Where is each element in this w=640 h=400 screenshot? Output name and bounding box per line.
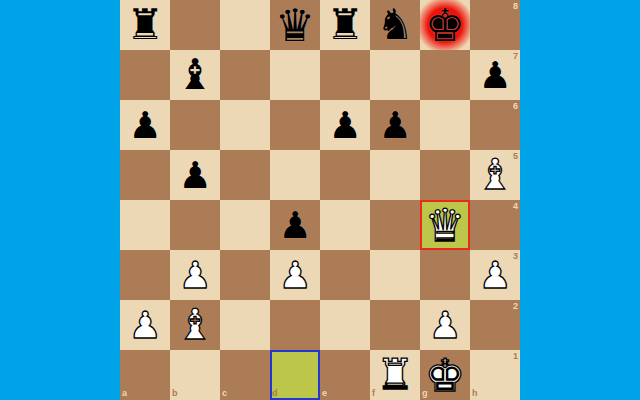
- black-pawn-h7: ♟: [478, 57, 511, 94]
- black-pawn-b5: ♟: [178, 157, 211, 194]
- square-e4[interactable]: [320, 200, 370, 250]
- square-a7[interactable]: [120, 50, 170, 100]
- square-e7[interactable]: [320, 50, 370, 100]
- square-h1[interactable]: 1h: [470, 350, 520, 400]
- square-g8[interactable]: ♚: [420, 0, 470, 50]
- square-a4[interactable]: [120, 200, 170, 250]
- file-label-b: b: [172, 389, 178, 398]
- square-g3[interactable]: [420, 250, 470, 300]
- square-f3[interactable]: [370, 250, 420, 300]
- square-f2[interactable]: [370, 300, 420, 350]
- square-c8[interactable]: [220, 0, 270, 50]
- square-a5[interactable]: [120, 150, 170, 200]
- black-rook-a8: ♜: [126, 4, 164, 46]
- square-f8[interactable]: ♞: [370, 0, 420, 50]
- square-g1[interactable]: g♚: [420, 350, 470, 400]
- square-g7[interactable]: [420, 50, 470, 100]
- square-e5[interactable]: [320, 150, 370, 200]
- rank-label-3: 3: [513, 252, 518, 261]
- square-g6[interactable]: [420, 100, 470, 150]
- square-f1[interactable]: f♜: [370, 350, 420, 400]
- desktop-background: { "game": "chess", "position": { "fen": …: [0, 0, 640, 400]
- square-c5[interactable]: [220, 150, 270, 200]
- square-c4[interactable]: [220, 200, 270, 250]
- file-label-g: g: [422, 389, 428, 398]
- square-d7[interactable]: [270, 50, 320, 100]
- black-pawn-f6: ♟: [378, 107, 411, 144]
- square-c2[interactable]: [220, 300, 270, 350]
- black-bishop-b7: ♝: [176, 54, 214, 96]
- black-knight-f8: ♞: [376, 4, 414, 46]
- file-label-c: c: [222, 389, 227, 398]
- square-d4[interactable]: ♟: [270, 200, 320, 250]
- square-f4[interactable]: [370, 200, 420, 250]
- file-label-e: e: [322, 389, 327, 398]
- white-bishop-b2: ♝: [176, 304, 214, 346]
- square-f6[interactable]: ♟: [370, 100, 420, 150]
- rank-label-7: 7: [513, 52, 518, 61]
- file-label-d: d: [272, 389, 278, 398]
- file-label-a: a: [122, 389, 127, 398]
- square-g5[interactable]: [420, 150, 470, 200]
- black-pawn-d4: ♟: [278, 207, 311, 244]
- rank-label-1: 1: [513, 352, 518, 361]
- square-h7[interactable]: 7♟: [470, 50, 520, 100]
- square-g2[interactable]: ♟: [420, 300, 470, 350]
- square-h4[interactable]: 4: [470, 200, 520, 250]
- white-pawn-a2: ♟: [128, 307, 161, 344]
- white-pawn-b3: ♟: [178, 257, 211, 294]
- white-king-g1: ♚: [425, 353, 465, 398]
- black-pawn-e6: ♟: [328, 107, 361, 144]
- black-pawn-a6: ♟: [128, 107, 161, 144]
- square-e8[interactable]: ♜: [320, 0, 370, 50]
- file-label-f: f: [372, 389, 375, 398]
- square-b1[interactable]: b: [170, 350, 220, 400]
- square-h6[interactable]: 6: [470, 100, 520, 150]
- square-e3[interactable]: [320, 250, 370, 300]
- white-queen-g4: ♛: [425, 203, 465, 248]
- square-h3[interactable]: 3♟: [470, 250, 520, 300]
- square-h8[interactable]: 8: [470, 0, 520, 50]
- square-a8[interactable]: ♜: [120, 0, 170, 50]
- square-h5[interactable]: 5♝: [470, 150, 520, 200]
- white-bishop-h5: ♝: [476, 154, 514, 196]
- square-a3[interactable]: [120, 250, 170, 300]
- square-e6[interactable]: ♟: [320, 100, 370, 150]
- square-a6[interactable]: ♟: [120, 100, 170, 150]
- square-d1[interactable]: d: [270, 350, 320, 400]
- square-b7[interactable]: ♝: [170, 50, 220, 100]
- white-rook-f1: ♜: [376, 354, 414, 396]
- square-b5[interactable]: ♟: [170, 150, 220, 200]
- rank-label-6: 6: [513, 102, 518, 111]
- square-a1[interactable]: a: [120, 350, 170, 400]
- square-f5[interactable]: [370, 150, 420, 200]
- square-d5[interactable]: [270, 150, 320, 200]
- black-queen-d8: ♛: [275, 3, 315, 48]
- square-b2[interactable]: ♝: [170, 300, 220, 350]
- square-c3[interactable]: [220, 250, 270, 300]
- square-d6[interactable]: [270, 100, 320, 150]
- square-d8[interactable]: ♛: [270, 0, 320, 50]
- rank-label-2: 2: [513, 302, 518, 311]
- square-e2[interactable]: [320, 300, 370, 350]
- square-b3[interactable]: ♟: [170, 250, 220, 300]
- square-h2[interactable]: 2: [470, 300, 520, 350]
- square-d2[interactable]: [270, 300, 320, 350]
- square-b8[interactable]: [170, 0, 220, 50]
- rank-label-5: 5: [513, 152, 518, 161]
- chess-board: ♜♛♜♞♚8♝7♟♟♟♟6♟5♝♟♛4♟♟3♟♟♝♟2abcdef♜g♚1h: [120, 0, 520, 400]
- square-g4[interactable]: ♛: [420, 200, 470, 250]
- rank-label-8: 8: [513, 2, 518, 11]
- square-b6[interactable]: [170, 100, 220, 150]
- black-king-g8: ♚: [425, 3, 465, 48]
- square-f7[interactable]: [370, 50, 420, 100]
- black-rook-e8: ♜: [326, 4, 364, 46]
- white-pawn-g2: ♟: [428, 307, 461, 344]
- square-e1[interactable]: e: [320, 350, 370, 400]
- square-c1[interactable]: c: [220, 350, 270, 400]
- square-d3[interactable]: ♟: [270, 250, 320, 300]
- square-c7[interactable]: [220, 50, 270, 100]
- white-pawn-d3: ♟: [278, 257, 311, 294]
- white-pawn-h3: ♟: [478, 257, 511, 294]
- rank-label-4: 4: [513, 202, 518, 211]
- square-a2[interactable]: ♟: [120, 300, 170, 350]
- file-label-h: h: [472, 389, 478, 398]
- square-c6[interactable]: [220, 100, 270, 150]
- square-b4[interactable]: [170, 200, 220, 250]
